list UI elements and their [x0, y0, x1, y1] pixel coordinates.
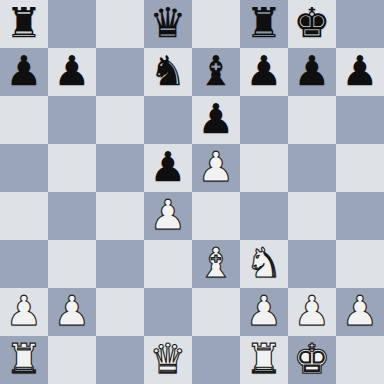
white-pawn-piece[interactable]: ♟ — [246, 287, 283, 335]
square-b6[interactable] — [48, 96, 96, 144]
black-pawn-piece[interactable]: ♟ — [150, 143, 187, 191]
square-a5[interactable] — [0, 144, 48, 192]
square-b2[interactable]: ♟ — [48, 288, 96, 336]
square-g1[interactable]: ♚ — [288, 336, 336, 384]
square-a4[interactable] — [0, 192, 48, 240]
square-d8[interactable]: ♛ — [144, 0, 192, 48]
square-b8[interactable] — [48, 0, 96, 48]
square-g5[interactable] — [288, 144, 336, 192]
square-c6[interactable] — [96, 96, 144, 144]
square-f4[interactable] — [240, 192, 288, 240]
square-b7[interactable]: ♟ — [48, 48, 96, 96]
square-d3[interactable] — [144, 240, 192, 288]
chess-board: ♜♛♜♚♟♟♞♝♟♟♟♟♟♟♟♝♞♟♟♟♟♟♜♛♜♚ — [0, 0, 384, 384]
square-a6[interactable] — [0, 96, 48, 144]
square-h4[interactable] — [336, 192, 384, 240]
black-pawn-piece[interactable]: ♟ — [246, 47, 283, 95]
square-f8[interactable]: ♜ — [240, 0, 288, 48]
square-b1[interactable] — [48, 336, 96, 384]
square-h6[interactable] — [336, 96, 384, 144]
square-f6[interactable] — [240, 96, 288, 144]
square-d1[interactable]: ♛ — [144, 336, 192, 384]
square-d2[interactable] — [144, 288, 192, 336]
white-knight-piece[interactable]: ♞ — [246, 239, 283, 287]
square-c1[interactable] — [96, 336, 144, 384]
white-queen-piece[interactable]: ♛ — [150, 335, 187, 383]
black-rook-piece[interactable]: ♜ — [246, 0, 283, 47]
square-f3[interactable]: ♞ — [240, 240, 288, 288]
black-pawn-piece[interactable]: ♟ — [6, 47, 43, 95]
square-a7[interactable]: ♟ — [0, 48, 48, 96]
square-h7[interactable]: ♟ — [336, 48, 384, 96]
square-d7[interactable]: ♞ — [144, 48, 192, 96]
square-e8[interactable] — [192, 0, 240, 48]
square-g6[interactable] — [288, 96, 336, 144]
black-pawn-piece[interactable]: ♟ — [198, 95, 235, 143]
black-knight-piece[interactable]: ♞ — [150, 47, 187, 95]
black-rook-piece[interactable]: ♜ — [6, 0, 43, 47]
square-g8[interactable]: ♚ — [288, 0, 336, 48]
white-pawn-piece[interactable]: ♟ — [6, 287, 43, 335]
square-g7[interactable]: ♟ — [288, 48, 336, 96]
white-bishop-piece[interactable]: ♝ — [198, 239, 235, 287]
square-g4[interactable] — [288, 192, 336, 240]
square-f7[interactable]: ♟ — [240, 48, 288, 96]
white-king-piece[interactable]: ♚ — [294, 335, 331, 383]
square-h1[interactable] — [336, 336, 384, 384]
square-e6[interactable]: ♟ — [192, 96, 240, 144]
white-pawn-piece[interactable]: ♟ — [342, 287, 379, 335]
square-e4[interactable] — [192, 192, 240, 240]
square-b4[interactable] — [48, 192, 96, 240]
white-pawn-piece[interactable]: ♟ — [294, 287, 331, 335]
square-h5[interactable] — [336, 144, 384, 192]
square-f2[interactable]: ♟ — [240, 288, 288, 336]
square-e5[interactable]: ♟ — [192, 144, 240, 192]
square-c2[interactable] — [96, 288, 144, 336]
square-c7[interactable] — [96, 48, 144, 96]
square-d6[interactable] — [144, 96, 192, 144]
square-g3[interactable] — [288, 240, 336, 288]
black-queen-piece[interactable]: ♛ — [150, 0, 187, 47]
square-e1[interactable] — [192, 336, 240, 384]
square-b3[interactable] — [48, 240, 96, 288]
white-pawn-piece[interactable]: ♟ — [150, 191, 187, 239]
white-rook-piece[interactable]: ♜ — [6, 335, 43, 383]
square-f5[interactable] — [240, 144, 288, 192]
black-bishop-piece[interactable]: ♝ — [198, 47, 235, 95]
white-rook-piece[interactable]: ♜ — [246, 335, 283, 383]
white-pawn-piece[interactable]: ♟ — [198, 143, 235, 191]
square-c4[interactable] — [96, 192, 144, 240]
square-c8[interactable] — [96, 0, 144, 48]
black-pawn-piece[interactable]: ♟ — [294, 47, 331, 95]
square-g2[interactable]: ♟ — [288, 288, 336, 336]
square-h3[interactable] — [336, 240, 384, 288]
square-h2[interactable]: ♟ — [336, 288, 384, 336]
square-e3[interactable]: ♝ — [192, 240, 240, 288]
square-e2[interactable] — [192, 288, 240, 336]
square-c5[interactable] — [96, 144, 144, 192]
square-e7[interactable]: ♝ — [192, 48, 240, 96]
square-a8[interactable]: ♜ — [0, 0, 48, 48]
square-h8[interactable] — [336, 0, 384, 48]
square-b5[interactable] — [48, 144, 96, 192]
square-a2[interactable]: ♟ — [0, 288, 48, 336]
square-a1[interactable]: ♜ — [0, 336, 48, 384]
square-d5[interactable]: ♟ — [144, 144, 192, 192]
black-pawn-piece[interactable]: ♟ — [342, 47, 379, 95]
black-king-piece[interactable]: ♚ — [294, 0, 331, 47]
square-c3[interactable] — [96, 240, 144, 288]
black-pawn-piece[interactable]: ♟ — [54, 47, 91, 95]
square-d4[interactable]: ♟ — [144, 192, 192, 240]
square-a3[interactable] — [0, 240, 48, 288]
white-pawn-piece[interactable]: ♟ — [54, 287, 91, 335]
square-f1[interactable]: ♜ — [240, 336, 288, 384]
